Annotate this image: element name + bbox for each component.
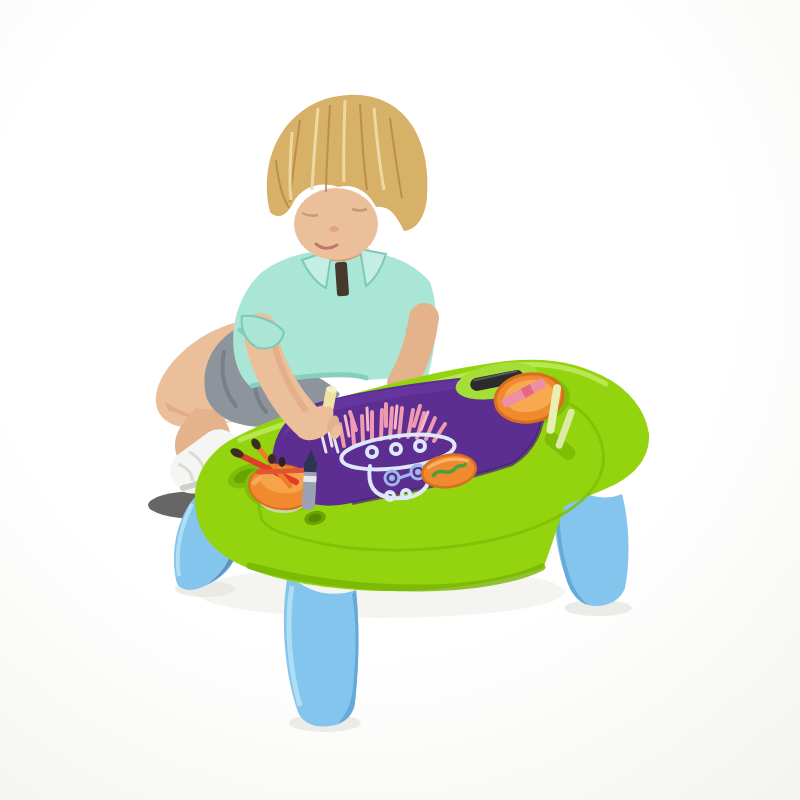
photo-canvas xyxy=(0,0,800,800)
brush-tip-small-2 xyxy=(279,457,286,467)
silver-crayon-band xyxy=(303,476,316,483)
silver-crayon-top xyxy=(304,462,318,473)
child-face xyxy=(294,188,378,260)
brush-tip-small-1 xyxy=(268,454,276,464)
shirt-placket xyxy=(335,262,349,297)
child-nose xyxy=(329,226,339,232)
child-head xyxy=(267,95,428,260)
leg-front-body xyxy=(284,574,359,726)
table-leg-front xyxy=(284,574,359,726)
scene xyxy=(0,0,800,800)
